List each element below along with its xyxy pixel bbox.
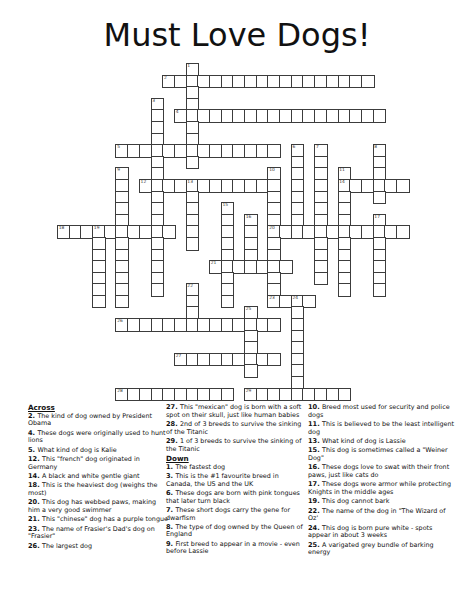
- grid-cell[interactable]: [152, 261, 164, 273]
- grid-cell[interactable]: [268, 180, 280, 192]
- grid-cell[interactable]: 19: [93, 226, 105, 238]
- grid-cell[interactable]: [257, 145, 269, 157]
- grid-cell[interactable]: [93, 238, 105, 250]
- cell-number: 27: [176, 354, 182, 359]
- grid-cell[interactable]: [257, 110, 269, 122]
- grid-cell[interactable]: [233, 145, 245, 157]
- grid-cell[interactable]: [163, 226, 175, 238]
- cell-number: 2: [164, 76, 167, 81]
- grid-cell[interactable]: [327, 226, 339, 238]
- grid-cell[interactable]: [152, 319, 164, 331]
- clue-item: 19. This dog cannot bark: [308, 498, 456, 506]
- grid-cell[interactable]: [315, 157, 327, 169]
- grid-cell[interactable]: 5: [116, 145, 128, 157]
- grid-cell[interactable]: [222, 238, 234, 250]
- grid-cell[interactable]: [374, 284, 386, 296]
- clue-item: 16. These dogs love to swat with their f…: [308, 464, 456, 479]
- grid-cell[interactable]: [198, 76, 210, 88]
- grid-cell[interactable]: [268, 389, 280, 401]
- grid-cell[interactable]: [257, 76, 269, 88]
- grid-cell[interactable]: [268, 273, 280, 285]
- grid-cell[interactable]: [280, 76, 292, 88]
- grid-cell[interactable]: 17: [374, 215, 386, 227]
- grid-cell[interactable]: [397, 226, 409, 238]
- grid-cell[interactable]: 29: [245, 389, 257, 401]
- grid-cell[interactable]: [280, 261, 292, 273]
- grid-cell[interactable]: [152, 389, 164, 401]
- grid-cell[interactable]: 18: [58, 226, 70, 238]
- clue-column-1: Across 2. The kind of dog owned by Presi…: [28, 404, 168, 552]
- grid-cell[interactable]: [116, 215, 128, 227]
- grid-cell[interactable]: [339, 238, 351, 250]
- grid-cell[interactable]: [350, 76, 362, 88]
- grid-cell[interactable]: [374, 192, 386, 204]
- grid-cell[interactable]: [128, 389, 140, 401]
- grid-cell[interactable]: [315, 180, 327, 192]
- grid-cell[interactable]: [187, 110, 199, 122]
- grid-cell[interactable]: [303, 226, 315, 238]
- clue-column-2: 27. This "mexican" dog is born with a so…: [166, 404, 304, 558]
- cell-number: 19: [94, 226, 100, 231]
- grid-cell[interactable]: 12: [140, 180, 152, 192]
- grid-cell[interactable]: [116, 238, 128, 250]
- grid-cell[interactable]: [233, 76, 245, 88]
- cell-number: 9: [117, 168, 120, 173]
- grid-cell[interactable]: [128, 226, 140, 238]
- grid-cell[interactable]: [362, 76, 374, 88]
- grid-cell[interactable]: [210, 354, 222, 366]
- grid-cell[interactable]: [152, 226, 164, 238]
- grid-cell[interactable]: [187, 226, 199, 238]
- grid-cell[interactable]: [374, 273, 386, 285]
- grid-cell[interactable]: [339, 261, 351, 273]
- grid-cell[interactable]: [339, 203, 351, 215]
- grid-cell[interactable]: [152, 168, 164, 180]
- grid-cell[interactable]: 26: [116, 319, 128, 331]
- grid-cell[interactable]: [152, 157, 164, 169]
- grid-cell[interactable]: [268, 238, 280, 250]
- grid-cell[interactable]: [374, 110, 386, 122]
- grid-cell[interactable]: [198, 354, 210, 366]
- grid-cell[interactable]: [292, 215, 304, 227]
- grid-cell[interactable]: 13: [187, 180, 199, 192]
- grid-cell[interactable]: [280, 389, 292, 401]
- down-header: Down: [166, 455, 304, 463]
- grid-cell[interactable]: [339, 110, 351, 122]
- grid-cell[interactable]: [268, 145, 280, 157]
- grid-cell[interactable]: 16: [245, 215, 257, 227]
- grid-cell[interactable]: [222, 76, 234, 88]
- grid-cell[interactable]: [152, 273, 164, 285]
- grid-cell[interactable]: [268, 250, 280, 262]
- grid-cell[interactable]: 2: [163, 76, 175, 88]
- grid-cell[interactable]: [152, 203, 164, 215]
- grid-cell[interactable]: [140, 389, 152, 401]
- grid-cell[interactable]: [222, 284, 234, 296]
- clue-item: 2. The kind of dog owned by President Ob…: [28, 413, 168, 428]
- grid-cell[interactable]: 7: [315, 145, 327, 157]
- clue-item: 21. This "chinese" dog has a purple tong…: [28, 516, 168, 524]
- grid-cell[interactable]: [315, 389, 327, 401]
- grid-cell[interactable]: [116, 296, 128, 308]
- cell-number: 10: [269, 168, 275, 173]
- grid-cell[interactable]: [292, 331, 304, 343]
- grid-cell[interactable]: [292, 157, 304, 169]
- grid-cell[interactable]: [222, 296, 234, 308]
- cell-number: 11: [339, 168, 345, 173]
- grid-cell[interactable]: [152, 238, 164, 250]
- grid-cell[interactable]: [315, 226, 327, 238]
- grid-cell[interactable]: 21: [210, 261, 222, 273]
- grid-cell[interactable]: [233, 354, 245, 366]
- clue-item: 26. The largest dog: [28, 543, 168, 551]
- grid-cell[interactable]: [163, 145, 175, 157]
- grid-cell[interactable]: [128, 145, 140, 157]
- grid-cell[interactable]: [268, 354, 280, 366]
- grid-cell[interactable]: [233, 110, 245, 122]
- clue-item: 13. What kind of dog is Lassie: [308, 438, 456, 446]
- grid-cell[interactable]: [374, 250, 386, 262]
- grid-cell[interactable]: [210, 319, 222, 331]
- grid-cell[interactable]: [81, 226, 93, 238]
- grid-cell[interactable]: 8: [374, 145, 386, 157]
- grid-cell[interactable]: [315, 192, 327, 204]
- grid-cell[interactable]: [116, 226, 128, 238]
- grid-cell[interactable]: [257, 180, 269, 192]
- grid-cell[interactable]: [315, 76, 327, 88]
- grid-cell[interactable]: 9: [116, 168, 128, 180]
- grid-cell[interactable]: [222, 110, 234, 122]
- cell-number: 17: [374, 215, 380, 220]
- grid-cell[interactable]: [187, 215, 199, 227]
- grid-cell[interactable]: [152, 122, 164, 134]
- grid-cell[interactable]: [140, 145, 152, 157]
- grid-cell[interactable]: [175, 389, 187, 401]
- grid-cell[interactable]: [245, 76, 257, 88]
- grid-cell[interactable]: [116, 273, 128, 285]
- grid-cell[interactable]: [339, 215, 351, 227]
- grid-cell[interactable]: 25: [245, 307, 257, 319]
- grid-cell[interactable]: [152, 192, 164, 204]
- grid-cell[interactable]: [292, 76, 304, 88]
- clue-item: 23. The name of Frasier's Dad's dog on "…: [28, 526, 168, 541]
- grid-cell[interactable]: [268, 203, 280, 215]
- grid-cell[interactable]: [233, 319, 245, 331]
- grid-cell[interactable]: [70, 226, 82, 238]
- grid-cell[interactable]: [175, 319, 187, 331]
- grid-cell[interactable]: [210, 389, 222, 401]
- grid-cell[interactable]: 1: [187, 64, 199, 76]
- grid-cell[interactable]: [315, 261, 327, 273]
- clue-item: 7. These short dogs carry the gene for d…: [166, 507, 304, 522]
- grid-cell[interactable]: 22: [187, 284, 199, 296]
- grid-cell[interactable]: [292, 192, 304, 204]
- grid-cell[interactable]: [327, 389, 339, 401]
- grid-cell[interactable]: [187, 134, 199, 146]
- grid-cell[interactable]: [245, 180, 257, 192]
- grid-cell[interactable]: [152, 145, 164, 157]
- grid-cell[interactable]: [303, 76, 315, 88]
- clue-item: 3. This is the #1 favourite breed in Can…: [166, 473, 304, 488]
- clue-item: 15. This dog is sometimes called a "Wein…: [308, 447, 456, 462]
- grid-cell[interactable]: [292, 307, 304, 319]
- cell-number: 3: [152, 99, 155, 104]
- grid-cell[interactable]: [187, 238, 199, 250]
- grid-cell[interactable]: [222, 273, 234, 285]
- grid-cell[interactable]: [175, 76, 187, 88]
- grid-cell[interactable]: [187, 192, 199, 204]
- grid-cell[interactable]: [187, 76, 199, 88]
- grid-cell[interactable]: [198, 389, 210, 401]
- grid-cell[interactable]: [292, 226, 304, 238]
- grid-cell[interactable]: [245, 354, 257, 366]
- grid-cell[interactable]: [292, 389, 304, 401]
- grid-cell[interactable]: [93, 296, 105, 308]
- grid-cell[interactable]: [198, 319, 210, 331]
- grid-cell[interactable]: [374, 226, 386, 238]
- grid-cell[interactable]: [374, 261, 386, 273]
- grid-cell[interactable]: [222, 354, 234, 366]
- grid-cell[interactable]: [140, 319, 152, 331]
- grid-cell[interactable]: [280, 226, 292, 238]
- grid-cell[interactable]: [93, 261, 105, 273]
- grid-cell[interactable]: [222, 180, 234, 192]
- grid-cell[interactable]: [152, 110, 164, 122]
- grid-cell[interactable]: [374, 238, 386, 250]
- grid-cell[interactable]: [152, 250, 164, 262]
- grid-cell[interactable]: [292, 354, 304, 366]
- clue-item: 27. This "mexican" dog is born with a so…: [166, 404, 304, 419]
- grid-cell[interactable]: [245, 226, 257, 238]
- grid-cell[interactable]: [257, 354, 269, 366]
- grid-cell[interactable]: [222, 319, 234, 331]
- grid-cell[interactable]: [257, 261, 269, 273]
- grid-cell[interactable]: [292, 168, 304, 180]
- grid-cell[interactable]: [198, 145, 210, 157]
- grid-cell[interactable]: [397, 180, 409, 192]
- grid-cell[interactable]: [315, 250, 327, 262]
- cell-number: 23: [269, 296, 275, 301]
- grid-cell[interactable]: 3: [152, 99, 164, 111]
- cell-number: 12: [141, 180, 147, 185]
- grid-cell[interactable]: [385, 226, 397, 238]
- grid-cell[interactable]: 6: [292, 145, 304, 157]
- grid-cell[interactable]: [327, 110, 339, 122]
- grid-cell[interactable]: [245, 319, 257, 331]
- grid-cell[interactable]: [233, 261, 245, 273]
- grid-cell[interactable]: [292, 365, 304, 377]
- grid-cell[interactable]: [245, 238, 257, 250]
- grid-cell[interactable]: [339, 192, 351, 204]
- grid-cell[interactable]: [187, 296, 199, 308]
- grid-cell[interactable]: [315, 168, 327, 180]
- grid-cell[interactable]: [292, 342, 304, 354]
- grid-cell[interactable]: [339, 226, 351, 238]
- grid-cell[interactable]: [315, 215, 327, 227]
- grid-cell[interactable]: [222, 215, 234, 227]
- clue-item: 9. First breed to appear in a movie - ev…: [166, 541, 304, 556]
- grid-cell[interactable]: [292, 319, 304, 331]
- cell-number: 5: [117, 145, 120, 150]
- grid-cell[interactable]: [339, 250, 351, 262]
- grid-cell[interactable]: [116, 250, 128, 262]
- cell-number: 15: [222, 203, 228, 208]
- grid-cell[interactable]: [187, 122, 199, 134]
- grid-cell[interactable]: [245, 331, 257, 343]
- grid-cell[interactable]: [187, 145, 199, 157]
- grid-cell[interactable]: 23: [268, 296, 280, 308]
- grid-cell[interactable]: [280, 110, 292, 122]
- grid-cell[interactable]: [152, 180, 164, 192]
- grid-cell[interactable]: [222, 250, 234, 262]
- grid-cell[interactable]: [210, 76, 222, 88]
- grid-cell[interactable]: [198, 110, 210, 122]
- grid-cell[interactable]: [257, 319, 269, 331]
- clue-item: 28. 2nd of 3 breeds to survive the sinki…: [166, 421, 304, 436]
- grid-cell[interactable]: [152, 284, 164, 296]
- clue-item: 1. The fastest dog: [166, 464, 304, 472]
- clue-item: 10. Breed most used for security and pol…: [308, 404, 456, 419]
- grid-cell[interactable]: [374, 180, 386, 192]
- grid-cell[interactable]: [350, 180, 362, 192]
- grid-cell[interactable]: [233, 180, 245, 192]
- grid-cell[interactable]: [187, 319, 199, 331]
- cell-number: 18: [59, 226, 65, 231]
- grid-cell[interactable]: 20: [268, 226, 280, 238]
- grid-cell[interactable]: 27: [175, 354, 187, 366]
- clue-item: 22. The name of the dog in "The Wizard o…: [308, 508, 456, 523]
- grid-cell[interactable]: [303, 389, 315, 401]
- grid-cell[interactable]: [187, 99, 199, 111]
- cell-number: 7: [316, 145, 319, 150]
- cell-number: 26: [117, 319, 123, 324]
- grid-cell[interactable]: [163, 319, 175, 331]
- grid-cell[interactable]: 4: [175, 110, 187, 122]
- grid-cell[interactable]: [187, 157, 199, 169]
- grid-cell[interactable]: [268, 110, 280, 122]
- grid-cell[interactable]: [303, 110, 315, 122]
- grid-cell[interactable]: [268, 319, 280, 331]
- cell-number: 21: [211, 261, 217, 266]
- grid-cell[interactable]: [175, 145, 187, 157]
- grid-cell[interactable]: 15: [222, 203, 234, 215]
- grid-cell[interactable]: [210, 180, 222, 192]
- grid-cell[interactable]: [339, 273, 351, 285]
- grid-cell[interactable]: [175, 180, 187, 192]
- grid-cell[interactable]: [315, 238, 327, 250]
- grid-cell[interactable]: [116, 192, 128, 204]
- grid-cell[interactable]: [116, 180, 128, 192]
- grid-cell[interactable]: [210, 145, 222, 157]
- grid-cell[interactable]: [292, 203, 304, 215]
- grid-cell[interactable]: [374, 168, 386, 180]
- grid-cell[interactable]: [245, 250, 257, 262]
- grid-cell[interactable]: [245, 365, 257, 377]
- across-clues-overflow-list: 27. This "mexican" dog is born with a so…: [166, 404, 304, 453]
- grid-cell[interactable]: [268, 261, 280, 273]
- grid-cell[interactable]: [350, 110, 362, 122]
- grid-cell[interactable]: 24: [292, 296, 304, 308]
- grid-cell[interactable]: [187, 87, 199, 99]
- grid-cell[interactable]: [245, 261, 257, 273]
- clue-item: 20. This dog has webbed paws, making him…: [28, 499, 168, 514]
- clue-item: 17. These dogs wore armor while protecti…: [308, 481, 456, 496]
- grid-cell[interactable]: [163, 180, 175, 192]
- grid-cell[interactable]: [292, 110, 304, 122]
- grid-cell[interactable]: [315, 203, 327, 215]
- grid-cell[interactable]: [327, 76, 339, 88]
- grid-cell[interactable]: [152, 215, 164, 227]
- grid-cell[interactable]: [303, 296, 315, 308]
- grid-cell[interactable]: [245, 342, 257, 354]
- grid-cell[interactable]: [245, 145, 257, 157]
- grid-cell[interactable]: [292, 377, 304, 389]
- grid-cell[interactable]: [362, 226, 374, 238]
- grid-cell[interactable]: [152, 134, 164, 146]
- grid-cell[interactable]: [222, 261, 234, 273]
- grid-cell[interactable]: [292, 180, 304, 192]
- cell-number: 29: [246, 389, 252, 394]
- grid-cell[interactable]: [210, 110, 222, 122]
- grid-cell[interactable]: [163, 389, 175, 401]
- clue-item: 5. What kind of dog is Kalie: [28, 447, 168, 455]
- grid-cell[interactable]: [198, 180, 210, 192]
- grid-cell[interactable]: [187, 203, 199, 215]
- grid-cell[interactable]: [339, 76, 351, 88]
- grid-cell[interactable]: [222, 389, 234, 401]
- grid-cell[interactable]: [268, 192, 280, 204]
- grid-cell[interactable]: [245, 110, 257, 122]
- grid-cell[interactable]: 28: [116, 389, 128, 401]
- grid-cell[interactable]: [187, 389, 199, 401]
- grid-cell[interactable]: [268, 76, 280, 88]
- grid-cell[interactable]: [128, 319, 140, 331]
- cell-number: 20: [269, 226, 275, 231]
- cell-number: 22: [187, 284, 193, 289]
- grid-cell[interactable]: [187, 307, 199, 319]
- grid-cell[interactable]: [280, 296, 292, 308]
- grid-cell[interactable]: [93, 273, 105, 285]
- grid-cell[interactable]: [187, 354, 199, 366]
- grid-cell[interactable]: [350, 226, 362, 238]
- clue-item: 29. 1 of 3 breeds to survive the sinking…: [166, 438, 304, 453]
- cell-number: 4: [176, 110, 179, 115]
- grid-cell[interactable]: [339, 389, 351, 401]
- grid-cell[interactable]: [93, 284, 105, 296]
- clue-item: 6. These dogs are born with pink tongues…: [166, 490, 304, 505]
- grid-cell[interactable]: [93, 250, 105, 262]
- cell-number: 28: [117, 389, 123, 394]
- grid-cell[interactable]: [374, 157, 386, 169]
- grid-cell[interactable]: 10: [268, 168, 280, 180]
- grid-cell[interactable]: [222, 145, 234, 157]
- grid-cell[interactable]: [222, 226, 234, 238]
- grid-cell[interactable]: [116, 284, 128, 296]
- grid-cell[interactable]: [362, 110, 374, 122]
- grid-cell[interactable]: [140, 226, 152, 238]
- grid-cell[interactable]: [116, 261, 128, 273]
- grid-cell[interactable]: 14: [339, 180, 351, 192]
- grid-cell[interactable]: [116, 203, 128, 215]
- grid-cell[interactable]: [339, 284, 351, 296]
- grid-cell[interactable]: [257, 389, 269, 401]
- grid-cell[interactable]: [362, 180, 374, 192]
- clue-item: 18. This is the heaviest dog (weighs the…: [28, 482, 168, 497]
- grid-cell[interactable]: [385, 180, 397, 192]
- grid-cell[interactable]: [105, 226, 117, 238]
- grid-cell[interactable]: [315, 273, 327, 285]
- grid-cell[interactable]: [315, 110, 327, 122]
